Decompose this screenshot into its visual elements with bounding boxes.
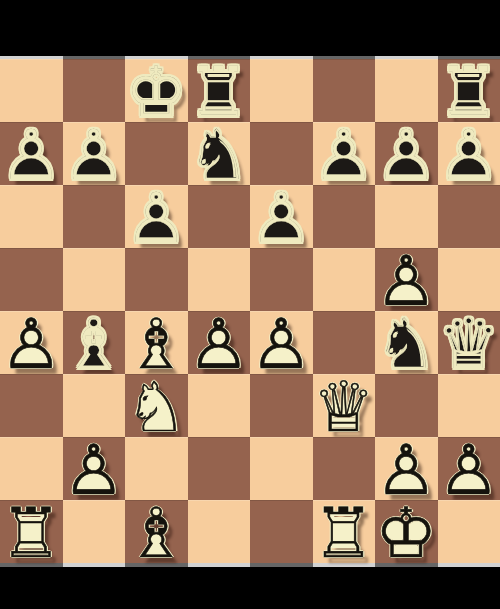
piece-glyph-detail: ♗ xyxy=(63,313,126,376)
black-knight[interactable]: ♞♘ xyxy=(375,311,438,374)
square-d7[interactable]: ♞♘ xyxy=(188,122,251,185)
white-pawn[interactable]: ♟♙ xyxy=(375,248,438,311)
piece-glyph-fill: ♟ xyxy=(125,187,188,250)
black-pawn[interactable]: ♟♙ xyxy=(0,122,63,185)
square-f1[interactable]: ♜♖ xyxy=(313,500,376,563)
piece-glyph-detail: ♙ xyxy=(250,187,313,250)
piece-glyph-detail: ♙ xyxy=(313,124,376,187)
piece-glyph-detail: ♕ xyxy=(313,376,376,439)
piece-glyph-fill: ♟ xyxy=(250,313,313,376)
board-edge-segment xyxy=(250,563,313,567)
piece-glyph-fill: ♟ xyxy=(375,124,438,187)
piece-glyph-detail: ♘ xyxy=(375,313,438,376)
piece-glyph-detail: ♗ xyxy=(125,502,188,565)
square-c8[interactable]: ♚♔ xyxy=(125,59,188,122)
square-h4[interactable]: ♛♕ xyxy=(438,311,500,374)
piece-glyph-fill: ♟ xyxy=(188,313,251,376)
square-d8[interactable]: ♜♖ xyxy=(188,59,251,122)
black-bishop[interactable]: ♝♗ xyxy=(63,311,126,374)
square-g1[interactable]: ♚♔ xyxy=(375,500,438,563)
piece-glyph-detail: ♙ xyxy=(188,313,251,376)
chess-app-window: ♚♔♜♖♜♖♟♙♟♙♞♘♟♙♟♙♟♙♟♙♟♙♟♙♟♙♝♗♝♗♟♙♟♙♞♘♛♕♞♘… xyxy=(0,0,500,609)
black-pawn[interactable]: ♟♙ xyxy=(250,185,313,248)
square-b3[interactable] xyxy=(63,374,126,437)
square-a8[interactable] xyxy=(0,59,63,122)
square-g4[interactable]: ♞♘ xyxy=(375,311,438,374)
square-g6[interactable] xyxy=(375,185,438,248)
piece-glyph-detail: ♔ xyxy=(375,502,438,565)
piece-glyph-fill: ♚ xyxy=(375,502,438,565)
piece-glyph-fill: ♟ xyxy=(375,439,438,502)
piece-glyph-detail: ♙ xyxy=(63,439,126,502)
piece-glyph-fill: ♟ xyxy=(63,439,126,502)
square-c5[interactable] xyxy=(125,248,188,311)
square-c1[interactable]: ♝♗ xyxy=(125,500,188,563)
black-queen[interactable]: ♛♕ xyxy=(438,311,500,374)
piece-glyph-detail: ♖ xyxy=(188,61,251,124)
white-pawn[interactable]: ♟♙ xyxy=(250,311,313,374)
white-knight[interactable]: ♞♘ xyxy=(125,374,188,437)
piece-glyph-detail: ♙ xyxy=(63,124,126,187)
piece-glyph-detail: ♙ xyxy=(125,187,188,250)
piece-glyph-detail: ♙ xyxy=(0,124,63,187)
piece-glyph-detail: ♗ xyxy=(125,313,188,376)
square-d5[interactable] xyxy=(188,248,251,311)
square-e7[interactable] xyxy=(250,122,313,185)
piece-glyph-fill: ♟ xyxy=(0,313,63,376)
square-e8[interactable] xyxy=(250,59,313,122)
square-f8[interactable] xyxy=(313,59,376,122)
square-g2[interactable]: ♟♙ xyxy=(375,437,438,500)
square-f4[interactable] xyxy=(313,311,376,374)
square-a1[interactable]: ♜♖ xyxy=(0,500,63,563)
square-f3[interactable]: ♛♕ xyxy=(313,374,376,437)
square-c7[interactable] xyxy=(125,122,188,185)
square-e1[interactable] xyxy=(250,500,313,563)
piece-glyph-fill: ♞ xyxy=(188,124,251,187)
black-king[interactable]: ♚♔ xyxy=(125,59,188,122)
square-d1[interactable] xyxy=(188,500,251,563)
piece-glyph-detail: ♘ xyxy=(125,376,188,439)
black-pawn[interactable]: ♟♙ xyxy=(375,122,438,185)
piece-glyph-fill: ♚ xyxy=(125,61,188,124)
square-b1[interactable] xyxy=(63,500,126,563)
square-f2[interactable] xyxy=(313,437,376,500)
square-d2[interactable] xyxy=(188,437,251,500)
piece-glyph-detail: ♙ xyxy=(375,124,438,187)
square-b6[interactable] xyxy=(63,185,126,248)
piece-glyph-detail: ♖ xyxy=(313,502,376,565)
black-rook[interactable]: ♜♖ xyxy=(438,59,500,122)
piece-glyph-detail: ♕ xyxy=(438,313,500,376)
square-b5[interactable] xyxy=(63,248,126,311)
square-b4[interactable]: ♝♗ xyxy=(63,311,126,374)
board-edge-segment xyxy=(125,563,188,567)
square-e2[interactable] xyxy=(250,437,313,500)
square-f5[interactable] xyxy=(313,248,376,311)
piece-glyph-fill: ♝ xyxy=(125,313,188,376)
piece-glyph-fill: ♟ xyxy=(0,124,63,187)
white-queen[interactable]: ♛♕ xyxy=(313,374,376,437)
white-bishop[interactable]: ♝♗ xyxy=(125,311,188,374)
board-edge-segment xyxy=(313,563,376,567)
board-edge-segment xyxy=(0,563,63,567)
square-g8[interactable] xyxy=(375,59,438,122)
square-e5[interactable] xyxy=(250,248,313,311)
piece-glyph-detail: ♘ xyxy=(188,124,251,187)
piece-glyph-detail: ♖ xyxy=(0,502,63,565)
board-edge-segment xyxy=(63,563,126,567)
piece-glyph-fill: ♟ xyxy=(250,187,313,250)
square-a7[interactable]: ♟♙ xyxy=(0,122,63,185)
piece-glyph-detail: ♙ xyxy=(375,250,438,313)
piece-glyph-fill: ♝ xyxy=(63,313,126,376)
square-h1[interactable] xyxy=(438,500,500,563)
piece-glyph-detail: ♙ xyxy=(438,439,500,502)
square-b8[interactable] xyxy=(63,59,126,122)
black-pawn[interactable]: ♟♙ xyxy=(438,122,500,185)
piece-glyph-fill: ♜ xyxy=(188,61,251,124)
white-pawn[interactable]: ♟♙ xyxy=(0,311,63,374)
square-a5[interactable] xyxy=(0,248,63,311)
piece-glyph-fill: ♟ xyxy=(438,124,500,187)
piece-glyph-fill: ♜ xyxy=(0,502,63,565)
square-c3[interactable]: ♞♘ xyxy=(125,374,188,437)
square-h8[interactable]: ♜♖ xyxy=(438,59,500,122)
square-h7[interactable]: ♟♙ xyxy=(438,122,500,185)
white-rook[interactable]: ♜♖ xyxy=(313,500,376,563)
piece-glyph-detail: ♙ xyxy=(438,124,500,187)
piece-glyph-detail: ♙ xyxy=(375,439,438,502)
white-bishop[interactable]: ♝♗ xyxy=(125,500,188,563)
piece-glyph-fill: ♜ xyxy=(438,61,500,124)
square-b2[interactable]: ♟♙ xyxy=(63,437,126,500)
piece-glyph-detail: ♔ xyxy=(125,61,188,124)
square-e3[interactable] xyxy=(250,374,313,437)
square-g7[interactable]: ♟♙ xyxy=(375,122,438,185)
piece-glyph-detail: ♙ xyxy=(0,313,63,376)
white-pawn[interactable]: ♟♙ xyxy=(188,311,251,374)
square-a3[interactable] xyxy=(0,374,63,437)
black-pawn[interactable]: ♟♙ xyxy=(63,122,126,185)
piece-glyph-fill: ♛ xyxy=(438,313,500,376)
square-d3[interactable] xyxy=(188,374,251,437)
piece-glyph-fill: ♟ xyxy=(313,124,376,187)
white-pawn[interactable]: ♟♙ xyxy=(438,437,500,500)
square-a6[interactable] xyxy=(0,185,63,248)
piece-glyph-fill: ♝ xyxy=(125,502,188,565)
black-pawn[interactable]: ♟♙ xyxy=(125,185,188,248)
square-d4[interactable]: ♟♙ xyxy=(188,311,251,374)
black-knight[interactable]: ♞♘ xyxy=(188,122,251,185)
board-bottom-edge xyxy=(0,563,500,567)
chess-board: ♚♔♜♖♜♖♟♙♟♙♞♘♟♙♟♙♟♙♟♙♟♙♟♙♟♙♝♗♝♗♟♙♟♙♞♘♛♕♞♘… xyxy=(0,59,500,563)
piece-glyph-fill: ♜ xyxy=(313,502,376,565)
square-f6[interactable] xyxy=(313,185,376,248)
board-edge-segment xyxy=(375,563,438,567)
piece-glyph-detail: ♖ xyxy=(438,61,500,124)
piece-glyph-fill: ♞ xyxy=(375,313,438,376)
square-g3[interactable] xyxy=(375,374,438,437)
board-edge-segment xyxy=(188,563,251,567)
bottom-black-bar xyxy=(0,567,500,609)
board-edge-segment xyxy=(438,563,500,567)
black-rook[interactable]: ♜♖ xyxy=(188,59,251,122)
top-black-bar xyxy=(0,0,500,56)
piece-glyph-fill: ♞ xyxy=(125,376,188,439)
white-king[interactable]: ♚♔ xyxy=(375,500,438,563)
piece-glyph-fill: ♟ xyxy=(375,250,438,313)
square-e6[interactable]: ♟♙ xyxy=(250,185,313,248)
square-c6[interactable]: ♟♙ xyxy=(125,185,188,248)
square-h5[interactable] xyxy=(438,248,500,311)
square-d6[interactable] xyxy=(188,185,251,248)
white-pawn[interactable]: ♟♙ xyxy=(63,437,126,500)
square-a2[interactable] xyxy=(0,437,63,500)
white-rook[interactable]: ♜♖ xyxy=(0,500,63,563)
square-f7[interactable]: ♟♙ xyxy=(313,122,376,185)
piece-glyph-fill: ♛ xyxy=(313,376,376,439)
square-h2[interactable]: ♟♙ xyxy=(438,437,500,500)
piece-glyph-fill: ♟ xyxy=(438,439,500,502)
square-e4[interactable]: ♟♙ xyxy=(250,311,313,374)
square-a4[interactable]: ♟♙ xyxy=(0,311,63,374)
piece-glyph-detail: ♙ xyxy=(250,313,313,376)
black-pawn[interactable]: ♟♙ xyxy=(313,122,376,185)
square-h6[interactable] xyxy=(438,185,500,248)
piece-glyph-fill: ♟ xyxy=(63,124,126,187)
square-c2[interactable] xyxy=(125,437,188,500)
square-c4[interactable]: ♝♗ xyxy=(125,311,188,374)
square-h3[interactable] xyxy=(438,374,500,437)
white-pawn[interactable]: ♟♙ xyxy=(375,437,438,500)
square-g5[interactable]: ♟♙ xyxy=(375,248,438,311)
square-b7[interactable]: ♟♙ xyxy=(63,122,126,185)
